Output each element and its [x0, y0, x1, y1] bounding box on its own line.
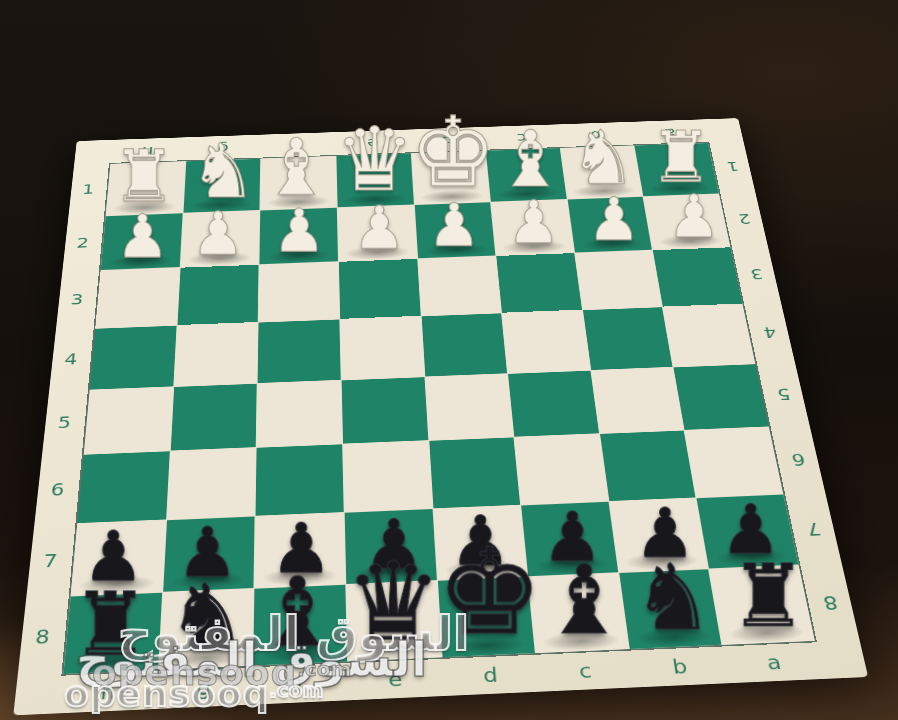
square-f2[interactable]: ♟: [260, 208, 338, 265]
square-b3[interactable]: [575, 250, 662, 309]
white-pawn[interactable]: ♟: [272, 201, 325, 260]
file-label: h: [109, 141, 186, 161]
square-a6[interactable]: [685, 427, 783, 497]
square-e5[interactable]: [341, 377, 427, 444]
white-pawn[interactable]: ♟: [353, 198, 406, 257]
white-queen[interactable]: ♛: [335, 115, 414, 203]
square-d6[interactable]: [429, 438, 520, 509]
file-label: c: [536, 655, 634, 688]
square-d2[interactable]: ♟: [414, 202, 495, 258]
black-knight[interactable]: ♞: [167, 572, 249, 664]
rank-label: 7: [29, 524, 71, 599]
square-a4[interactable]: [663, 304, 755, 366]
square-f6[interactable]: [256, 444, 344, 515]
square-c5[interactable]: [508, 370, 599, 436]
black-king[interactable]: ♚: [436, 533, 543, 652]
square-g2[interactable]: ♟: [180, 210, 259, 267]
white-pawn[interactable]: ♟: [508, 193, 561, 252]
file-label: b: [558, 125, 635, 145]
square-g3[interactable]: [177, 265, 259, 325]
square-d8[interactable]: ♚: [437, 577, 535, 657]
square-a8[interactable]: ♜: [709, 566, 814, 645]
file-label: f: [252, 667, 348, 700]
square-e3[interactable]: [339, 259, 421, 319]
file-label: f: [260, 136, 335, 156]
square-b8[interactable]: ♞: [619, 570, 722, 649]
white-pawn[interactable]: ♟: [667, 187, 720, 246]
rank-label: 3: [58, 270, 94, 329]
file-label: b: [631, 651, 730, 684]
black-rook[interactable]: ♜: [72, 581, 150, 668]
square-c4[interactable]: [502, 310, 590, 373]
rank-label: 4: [52, 328, 90, 391]
square-d3[interactable]: [418, 256, 501, 316]
square-c6[interactable]: [514, 434, 608, 504]
file-label: d: [442, 659, 539, 692]
square-g6[interactable]: [167, 448, 256, 519]
rank-label: 1: [71, 163, 105, 216]
file-label: h: [58, 676, 156, 709]
square-f5[interactable]: [257, 380, 342, 447]
square-b2[interactable]: ♟: [567, 197, 652, 253]
black-knight[interactable]: ♞: [632, 553, 714, 644]
file-label: e: [335, 133, 410, 153]
black-rook[interactable]: ♜: [730, 553, 807, 639]
file-label: c: [484, 128, 560, 148]
file-label: a: [724, 646, 824, 679]
square-a3[interactable]: [653, 247, 742, 306]
square-b5[interactable]: [591, 367, 684, 433]
square-f4[interactable]: [258, 319, 341, 382]
square-h8[interactable]: ♜: [64, 593, 162, 674]
square-h4[interactable]: [90, 326, 177, 390]
square-f3[interactable]: [259, 262, 339, 322]
rank-label: 5: [45, 390, 84, 456]
board-grid: ♜♞♝♛♚♝♞♜♟♟♟♟♟♟♟♟♟♟♟♟♟♟♟♟♜♞♝♛♚♝♞♜: [61, 142, 817, 676]
file-label: a: [632, 123, 709, 143]
square-d5[interactable]: [425, 374, 514, 441]
white-pawn[interactable]: ♟: [116, 207, 169, 267]
white-king[interactable]: ♚: [409, 104, 496, 201]
square-e2[interactable]: ♟: [338, 205, 417, 262]
file-label: e: [347, 663, 444, 696]
white-pawn[interactable]: ♟: [588, 190, 641, 249]
square-h3[interactable]: [95, 268, 179, 328]
black-queen[interactable]: ♛: [345, 548, 442, 656]
square-c8[interactable]: ♝: [528, 573, 628, 653]
square-h2[interactable]: ♟: [101, 213, 183, 270]
square-e8[interactable]: ♛: [346, 581, 441, 661]
square-g8[interactable]: ♞: [159, 589, 254, 670]
square-a5[interactable]: [674, 364, 769, 430]
square-c2[interactable]: ♟: [491, 199, 574, 255]
white-pawn[interactable]: ♟: [191, 204, 244, 264]
rank-label: 6: [37, 455, 77, 526]
square-g5[interactable]: [170, 383, 257, 450]
black-bishop[interactable]: ♝: [542, 552, 627, 647]
rank-label: 2: [65, 215, 100, 271]
white-pawn[interactable]: ♟: [427, 196, 480, 255]
square-h6[interactable]: [77, 451, 169, 523]
square-f8[interactable]: ♝: [253, 585, 347, 665]
square-a2[interactable]: ♟: [644, 194, 731, 250]
square-b6[interactable]: [600, 431, 696, 501]
file-label: d: [410, 131, 486, 151]
file-label: g: [185, 138, 261, 158]
chess-board: hgfedcba hgfedcba 12345678 12345678 ♜♞♝♛…: [13, 118, 868, 715]
square-e4[interactable]: [340, 316, 424, 379]
file-label: g: [155, 671, 252, 704]
square-h5[interactable]: [84, 387, 173, 454]
square-b4[interactable]: [583, 307, 673, 370]
rank-label: 2: [724, 192, 765, 247]
photo-scene: hgfedcba hgfedcba 12345678 12345678 ♜♞♝♛…: [0, 0, 898, 720]
black-bishop[interactable]: ♝: [254, 565, 340, 661]
square-d4[interactable]: [421, 313, 507, 376]
square-c3[interactable]: [496, 253, 581, 312]
square-e6[interactable]: [343, 441, 432, 512]
rank-label: 8: [20, 598, 63, 678]
square-g4[interactable]: [174, 323, 258, 386]
